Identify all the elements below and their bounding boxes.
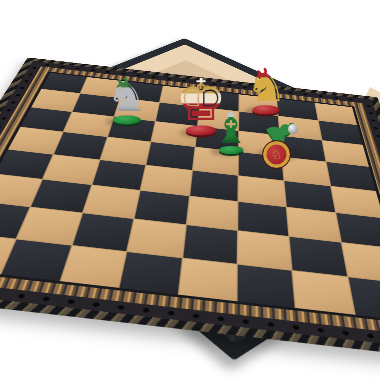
chess-piece-red-knight[interactable]: ♞ xyxy=(245,64,286,114)
board-square-g2 xyxy=(290,237,347,276)
chess-piece-green-bishop[interactable]: ♝ xyxy=(212,109,250,154)
board-square-d2 xyxy=(128,219,186,257)
board-square-h1 xyxy=(348,277,380,321)
knight-glyph: ♞ xyxy=(106,73,148,118)
base-emblem-disc: ♘ xyxy=(262,140,291,169)
photo-stage: ❧ ♞♚♝♞♟♘ xyxy=(0,0,380,380)
piece-base xyxy=(253,105,280,114)
board-square-f2 xyxy=(238,231,292,270)
piece-base xyxy=(113,115,141,124)
piece-base xyxy=(219,146,243,154)
board-square-e1 xyxy=(178,258,236,301)
knight-glyph: ♞ xyxy=(245,64,286,108)
board-square-c2 xyxy=(73,213,134,250)
board-square-e2 xyxy=(183,225,237,263)
chess-piece-green-knight[interactable]: ♞ xyxy=(106,73,148,124)
bishop-glyph: ♝ xyxy=(212,109,250,149)
board-square-d1 xyxy=(120,252,182,295)
silver-helmet xyxy=(288,124,298,134)
board-square-c1 xyxy=(61,245,127,287)
board-square-g1 xyxy=(293,271,354,315)
emblem-knight-icon: ♘ xyxy=(271,147,283,162)
chess-piece-green-pawn-fallen[interactable]: ♟♘ xyxy=(256,114,308,170)
board-square-f1 xyxy=(237,264,295,308)
